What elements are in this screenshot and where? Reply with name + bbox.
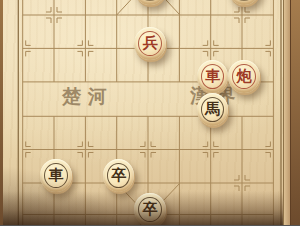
piece-glyph [134,0,165,5]
piece-glyph: 車 [197,60,228,93]
piece-glyph [228,0,259,5]
piece-red-cannon[interactable]: 炮 [226,65,257,98]
piece-black-soldier-1[interactable]: 卒 [101,164,132,197]
table-background-left [0,0,3,225]
piece-red-soldier[interactable]: 兵 [132,32,163,65]
piece-black-chariot[interactable]: 車 [38,164,69,197]
table-background-right [290,0,300,225]
piece-glyph: 馬 [197,93,228,126]
piece-black-horse[interactable]: 馬 [195,98,226,131]
piece-glyph: 炮 [228,60,259,93]
piece-glyph: 卒 [134,193,165,225]
piece-glyph: 車 [40,159,71,192]
pieces-layer: 兵車炮馬車卒卒 [7,0,289,225]
piece-glyph: 卒 [103,159,134,192]
piece-glyph: 兵 [134,27,165,60]
piece-black-soldier-2[interactable]: 卒 [132,198,163,226]
xiangqi-board[interactable]: 楚河 漢界 兵車炮馬車卒卒 [0,0,300,225]
